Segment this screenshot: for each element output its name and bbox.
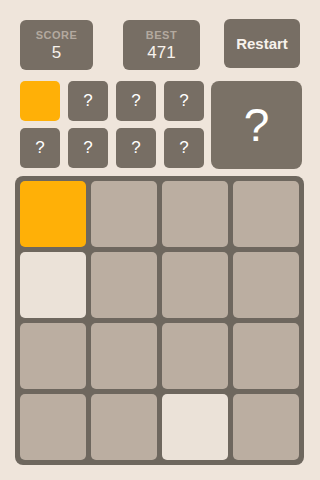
- tile-tray-grid: ???????: [20, 81, 204, 168]
- restart-button[interactable]: Restart: [224, 19, 300, 68]
- board-cell-empty: [91, 181, 157, 247]
- board-grid[interactable]: [15, 176, 304, 465]
- score-value: 5: [52, 44, 61, 61]
- board-tile-cream: [20, 252, 86, 318]
- mini-tile-gray[interactable]: ?: [116, 128, 156, 168]
- score-box: SCORE 5: [20, 20, 93, 70]
- board-tile-orange: [20, 181, 86, 247]
- board-tile-cream: [162, 394, 228, 460]
- board-cell-empty: [20, 323, 86, 389]
- board-cell-empty: [233, 394, 299, 460]
- board-cell-empty: [91, 394, 157, 460]
- big-mystery-tile[interactable]: ?: [211, 81, 302, 169]
- board-cell-empty: [91, 323, 157, 389]
- board-cell-empty: [233, 181, 299, 247]
- mini-tile-orange[interactable]: [20, 81, 60, 121]
- mini-tile-gray[interactable]: ?: [20, 128, 60, 168]
- board-cell-empty: [162, 252, 228, 318]
- score-label: SCORE: [36, 30, 78, 41]
- app-root: SCORE 5 BEST 471 Restart ??????? ?: [0, 0, 320, 480]
- board-cell-empty: [162, 323, 228, 389]
- board-cell-empty: [233, 252, 299, 318]
- mini-tile-gray[interactable]: ?: [68, 128, 108, 168]
- best-box: BEST 471: [123, 20, 200, 70]
- best-value: 471: [147, 44, 175, 61]
- board-cell-empty: [91, 252, 157, 318]
- mini-tile-gray[interactable]: ?: [116, 81, 156, 121]
- mini-tile-gray[interactable]: ?: [164, 81, 204, 121]
- board-cell-empty: [233, 323, 299, 389]
- board-cell-empty: [20, 394, 86, 460]
- board-cell-empty: [162, 181, 228, 247]
- mini-tile-gray[interactable]: ?: [68, 81, 108, 121]
- best-label: BEST: [146, 30, 177, 41]
- mini-tile-gray[interactable]: ?: [164, 128, 204, 168]
